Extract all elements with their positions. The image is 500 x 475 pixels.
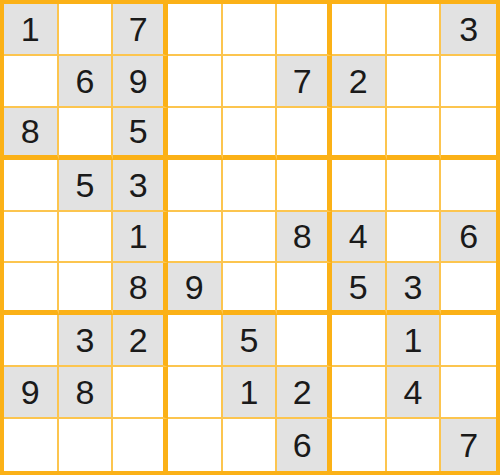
cell-r6c1[interactable] — [4, 263, 59, 315]
cell-r6c3[interactable]: 8 — [113, 263, 168, 315]
cell-r2c8[interactable] — [387, 56, 442, 108]
cell-r7c7[interactable] — [332, 315, 387, 367]
cell-r9c4[interactable] — [168, 419, 223, 471]
cell-r9c9[interactable]: 7 — [441, 419, 496, 471]
cell-r4c1[interactable] — [4, 160, 59, 212]
cell-r8c7[interactable] — [332, 367, 387, 419]
cell-r3c9[interactable] — [441, 108, 496, 160]
cell-r8c8[interactable]: 4 — [387, 367, 442, 419]
cell-r1c6[interactable] — [277, 4, 332, 56]
cell-r4c5[interactable] — [223, 160, 278, 212]
cell-r1c4[interactable] — [168, 4, 223, 56]
cell-r8c1[interactable]: 9 — [4, 367, 59, 419]
cell-r9c6[interactable]: 6 — [277, 419, 332, 471]
cell-r9c2[interactable] — [59, 419, 114, 471]
cell-r3c5[interactable] — [223, 108, 278, 160]
cell-r2c2[interactable]: 6 — [59, 56, 114, 108]
cell-r7c2[interactable]: 3 — [59, 315, 114, 367]
cell-r6c4[interactable]: 9 — [168, 263, 223, 315]
cell-r1c8[interactable] — [387, 4, 442, 56]
cell-r9c1[interactable] — [4, 419, 59, 471]
cell-r5c1[interactable] — [4, 212, 59, 264]
cell-r2c7[interactable]: 2 — [332, 56, 387, 108]
sudoku-board: 173697285531846895332519812467 — [0, 0, 500, 475]
cell-r2c1[interactable] — [4, 56, 59, 108]
cell-r1c9[interactable]: 3 — [441, 4, 496, 56]
cell-r5c4[interactable] — [168, 212, 223, 264]
cell-r6c6[interactable] — [277, 263, 332, 315]
cell-r4c8[interactable] — [387, 160, 442, 212]
cell-r5c3[interactable]: 1 — [113, 212, 168, 264]
cell-r3c3[interactable]: 5 — [113, 108, 168, 160]
cell-r2c3[interactable]: 9 — [113, 56, 168, 108]
cell-r5c2[interactable] — [59, 212, 114, 264]
cell-r7c8[interactable]: 1 — [387, 315, 442, 367]
cell-r1c2[interactable] — [59, 4, 114, 56]
cell-r3c8[interactable] — [387, 108, 442, 160]
cell-r2c4[interactable] — [168, 56, 223, 108]
cell-r8c5[interactable]: 1 — [223, 367, 278, 419]
cell-r9c8[interactable] — [387, 419, 442, 471]
cell-r7c1[interactable] — [4, 315, 59, 367]
cell-r6c9[interactable] — [441, 263, 496, 315]
cell-r9c5[interactable] — [223, 419, 278, 471]
cell-r2c5[interactable] — [223, 56, 278, 108]
cell-r8c4[interactable] — [168, 367, 223, 419]
cell-r3c1[interactable]: 8 — [4, 108, 59, 160]
cell-r3c7[interactable] — [332, 108, 387, 160]
cell-r4c7[interactable] — [332, 160, 387, 212]
cell-r3c6[interactable] — [277, 108, 332, 160]
cell-r4c9[interactable] — [441, 160, 496, 212]
cell-r1c1[interactable]: 1 — [4, 4, 59, 56]
cell-r8c3[interactable] — [113, 367, 168, 419]
cell-r4c2[interactable]: 5 — [59, 160, 114, 212]
cell-r6c7[interactable]: 5 — [332, 263, 387, 315]
cell-r2c6[interactable]: 7 — [277, 56, 332, 108]
cell-r5c7[interactable]: 4 — [332, 212, 387, 264]
cell-r8c2[interactable]: 8 — [59, 367, 114, 419]
cell-r6c8[interactable]: 3 — [387, 263, 442, 315]
cell-r7c6[interactable] — [277, 315, 332, 367]
cell-r5c9[interactable]: 6 — [441, 212, 496, 264]
cell-r9c7[interactable] — [332, 419, 387, 471]
cell-r5c8[interactable] — [387, 212, 442, 264]
cell-r6c5[interactable] — [223, 263, 278, 315]
cell-r8c9[interactable] — [441, 367, 496, 419]
cell-r1c7[interactable] — [332, 4, 387, 56]
cell-r7c4[interactable] — [168, 315, 223, 367]
cell-r5c5[interactable] — [223, 212, 278, 264]
cell-r6c2[interactable] — [59, 263, 114, 315]
cell-r9c3[interactable] — [113, 419, 168, 471]
cell-r7c5[interactable]: 5 — [223, 315, 278, 367]
cell-r5c6[interactable]: 8 — [277, 212, 332, 264]
cell-r8c6[interactable]: 2 — [277, 367, 332, 419]
cell-r3c2[interactable] — [59, 108, 114, 160]
cell-r4c4[interactable] — [168, 160, 223, 212]
cell-r1c3[interactable]: 7 — [113, 4, 168, 56]
cell-r2c9[interactable] — [441, 56, 496, 108]
cell-r4c3[interactable]: 3 — [113, 160, 168, 212]
cell-r3c4[interactable] — [168, 108, 223, 160]
cell-r4c6[interactable] — [277, 160, 332, 212]
cell-r7c9[interactable] — [441, 315, 496, 367]
cell-r1c5[interactable] — [223, 4, 278, 56]
cell-r7c3[interactable]: 2 — [113, 315, 168, 367]
